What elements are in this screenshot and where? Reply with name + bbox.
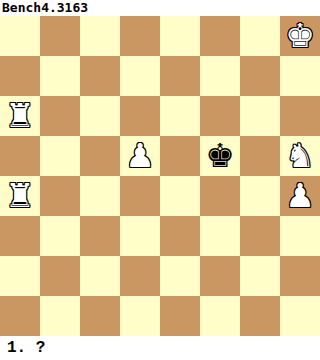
black-king: ♚: [205, 136, 235, 176]
square-a2: [0, 256, 40, 296]
square-g5: [240, 136, 280, 176]
move-prompt: 1. ?: [0, 339, 45, 357]
square-e8: [160, 16, 200, 56]
square-b7: [40, 56, 80, 96]
square-b2: [40, 256, 80, 296]
diagram-title: Bench4.3163: [0, 0, 320, 16]
square-e4: [160, 176, 200, 216]
square-d3: [120, 216, 160, 256]
square-g3: [240, 216, 280, 256]
square-c5: [80, 136, 120, 176]
square-a1: [0, 296, 40, 336]
square-h8: ♚: [280, 16, 320, 56]
square-f3: [200, 216, 240, 256]
square-d1: [120, 296, 160, 336]
status-bar: 1. ?: [0, 336, 320, 360]
square-a7: [0, 56, 40, 96]
square-h3: [280, 216, 320, 256]
white-pawn: ♟: [125, 136, 155, 176]
square-c3: [80, 216, 120, 256]
square-e6: [160, 96, 200, 136]
square-g1: [240, 296, 280, 336]
square-h7: [280, 56, 320, 96]
square-f4: [200, 176, 240, 216]
square-b3: [40, 216, 80, 256]
square-c8: [80, 16, 120, 56]
square-b8: [40, 16, 80, 56]
square-d5: ♟: [120, 136, 160, 176]
square-h1: [280, 296, 320, 336]
square-d7: [120, 56, 160, 96]
square-c6: [80, 96, 120, 136]
square-h2: [280, 256, 320, 296]
square-g6: [240, 96, 280, 136]
square-b1: [40, 296, 80, 336]
square-e2: [160, 256, 200, 296]
square-e1: [160, 296, 200, 336]
square-h5: ♞: [280, 136, 320, 176]
square-a8: [0, 16, 40, 56]
square-a5: [0, 136, 40, 176]
square-f7: [200, 56, 240, 96]
white-knight: ♞: [285, 136, 315, 176]
square-c1: [80, 296, 120, 336]
square-f8: [200, 16, 240, 56]
square-a3: [0, 216, 40, 256]
square-e7: [160, 56, 200, 96]
square-a4: ♜: [0, 176, 40, 216]
chess-board: ♚♜♟♚♞♜♟: [0, 16, 320, 336]
square-d6: [120, 96, 160, 136]
square-b5: [40, 136, 80, 176]
square-g7: [240, 56, 280, 96]
square-d2: [120, 256, 160, 296]
white-rook: ♜: [5, 176, 35, 216]
square-g8: [240, 16, 280, 56]
square-c7: [80, 56, 120, 96]
white-rook: ♜: [5, 96, 35, 136]
square-f1: [200, 296, 240, 336]
square-e3: [160, 216, 200, 256]
square-f5: ♚: [200, 136, 240, 176]
square-b6: [40, 96, 80, 136]
white-king: ♚: [285, 16, 315, 56]
white-pawn: ♟: [285, 176, 315, 216]
square-c4: [80, 176, 120, 216]
square-f6: [200, 96, 240, 136]
square-a6: ♜: [0, 96, 40, 136]
square-c2: [80, 256, 120, 296]
chess-diagram: Bench4.3163 ♚♜♟♚♞♜♟ 1. ?: [0, 0, 320, 360]
square-d8: [120, 16, 160, 56]
square-h6: [280, 96, 320, 136]
square-f2: [200, 256, 240, 296]
square-d4: [120, 176, 160, 216]
square-g4: [240, 176, 280, 216]
square-g2: [240, 256, 280, 296]
square-b4: [40, 176, 80, 216]
square-e5: [160, 136, 200, 176]
square-h4: ♟: [280, 176, 320, 216]
